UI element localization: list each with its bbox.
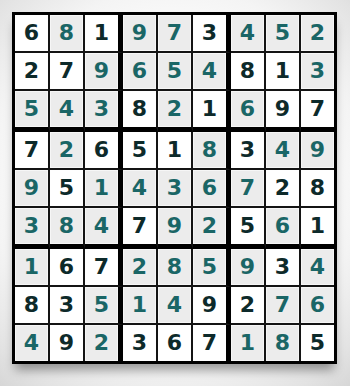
cell-r8c6[interactable]: 9 [193,287,231,325]
cell-r8c4[interactable]: 1 [123,287,158,325]
cell-r2c9[interactable]: 3 [301,53,334,91]
cell-r4c5[interactable]: 1 [158,132,193,170]
cell-r7c5[interactable]: 8 [158,249,193,287]
cell-r9c4[interactable]: 3 [123,325,158,361]
cell-r3c1[interactable]: 5 [15,91,50,132]
cell-r5c1[interactable]: 9 [15,170,50,208]
cell-r4c9[interactable]: 9 [301,132,334,170]
cell-r1c9[interactable]: 2 [301,15,334,53]
cell-r2c7[interactable]: 8 [231,53,266,91]
cell-r4c4[interactable]: 5 [123,132,158,170]
cell-r6c8[interactable]: 6 [266,208,301,249]
cell-r7c1[interactable]: 1 [15,249,50,287]
cell-r8c5[interactable]: 4 [158,287,193,325]
cell-r5c2[interactable]: 5 [50,170,85,208]
cell-r7c4[interactable]: 2 [123,249,158,287]
cell-r6c9[interactable]: 1 [301,208,334,249]
cell-r1c1[interactable]: 6 [15,15,50,53]
cell-r2c6[interactable]: 4 [193,53,231,91]
cell-r6c3[interactable]: 4 [85,208,123,249]
cell-r3c9[interactable]: 7 [301,91,334,132]
sudoku-board: 6819734522796548135438216977265183499514… [12,12,337,364]
cell-r6c1[interactable]: 3 [15,208,50,249]
cell-r1c3[interactable]: 1 [85,15,123,53]
cell-r9c5[interactable]: 6 [158,325,193,361]
page-background: 6819734522796548135438216977265183499514… [0,0,350,386]
cell-r1c2[interactable]: 8 [50,15,85,53]
cell-r9c9[interactable]: 5 [301,325,334,361]
cell-r9c1[interactable]: 4 [15,325,50,361]
cell-r3c5[interactable]: 2 [158,91,193,132]
cell-r2c4[interactable]: 6 [123,53,158,91]
cell-r5c4[interactable]: 4 [123,170,158,208]
cell-r7c6[interactable]: 5 [193,249,231,287]
cell-r3c6[interactable]: 1 [193,91,231,132]
cell-r6c5[interactable]: 9 [158,208,193,249]
cell-r2c3[interactable]: 9 [85,53,123,91]
cell-r8c7[interactable]: 2 [231,287,266,325]
cell-r8c3[interactable]: 5 [85,287,123,325]
cell-r9c2[interactable]: 9 [50,325,85,361]
cell-r3c2[interactable]: 4 [50,91,85,132]
cell-r1c8[interactable]: 5 [266,15,301,53]
cell-r4c2[interactable]: 2 [50,132,85,170]
cell-r2c8[interactable]: 1 [266,53,301,91]
cell-r3c7[interactable]: 6 [231,91,266,132]
cell-r2c1[interactable]: 2 [15,53,50,91]
cell-r6c2[interactable]: 8 [50,208,85,249]
cell-r8c2[interactable]: 3 [50,287,85,325]
cell-r5c7[interactable]: 7 [231,170,266,208]
cell-r1c5[interactable]: 7 [158,15,193,53]
cell-r7c2[interactable]: 6 [50,249,85,287]
cell-r5c3[interactable]: 1 [85,170,123,208]
cell-r8c9[interactable]: 6 [301,287,334,325]
cell-r4c3[interactable]: 6 [85,132,123,170]
cell-r6c4[interactable]: 7 [123,208,158,249]
cell-r1c6[interactable]: 3 [193,15,231,53]
cell-r9c6[interactable]: 7 [193,325,231,361]
cell-r1c4[interactable]: 9 [123,15,158,53]
cell-r4c8[interactable]: 4 [266,132,301,170]
cell-r5c5[interactable]: 3 [158,170,193,208]
cell-r9c3[interactable]: 2 [85,325,123,361]
cell-r5c6[interactable]: 6 [193,170,231,208]
cell-r3c8[interactable]: 9 [266,91,301,132]
cell-r5c8[interactable]: 2 [266,170,301,208]
cell-r9c8[interactable]: 8 [266,325,301,361]
cell-r4c1[interactable]: 7 [15,132,50,170]
cell-r5c9[interactable]: 8 [301,170,334,208]
cell-r3c4[interactable]: 8 [123,91,158,132]
cell-r4c6[interactable]: 8 [193,132,231,170]
cell-r7c9[interactable]: 4 [301,249,334,287]
cell-r6c7[interactable]: 5 [231,208,266,249]
cell-r9c7[interactable]: 1 [231,325,266,361]
cell-r4c7[interactable]: 3 [231,132,266,170]
cell-r7c3[interactable]: 7 [85,249,123,287]
cell-r8c8[interactable]: 7 [266,287,301,325]
cell-r2c5[interactable]: 5 [158,53,193,91]
cell-r3c3[interactable]: 3 [85,91,123,132]
cell-r7c7[interactable]: 9 [231,249,266,287]
cell-r1c7[interactable]: 4 [231,15,266,53]
cell-r8c1[interactable]: 8 [15,287,50,325]
cell-r6c6[interactable]: 2 [193,208,231,249]
cell-r2c2[interactable]: 7 [50,53,85,91]
cell-r7c8[interactable]: 3 [266,249,301,287]
